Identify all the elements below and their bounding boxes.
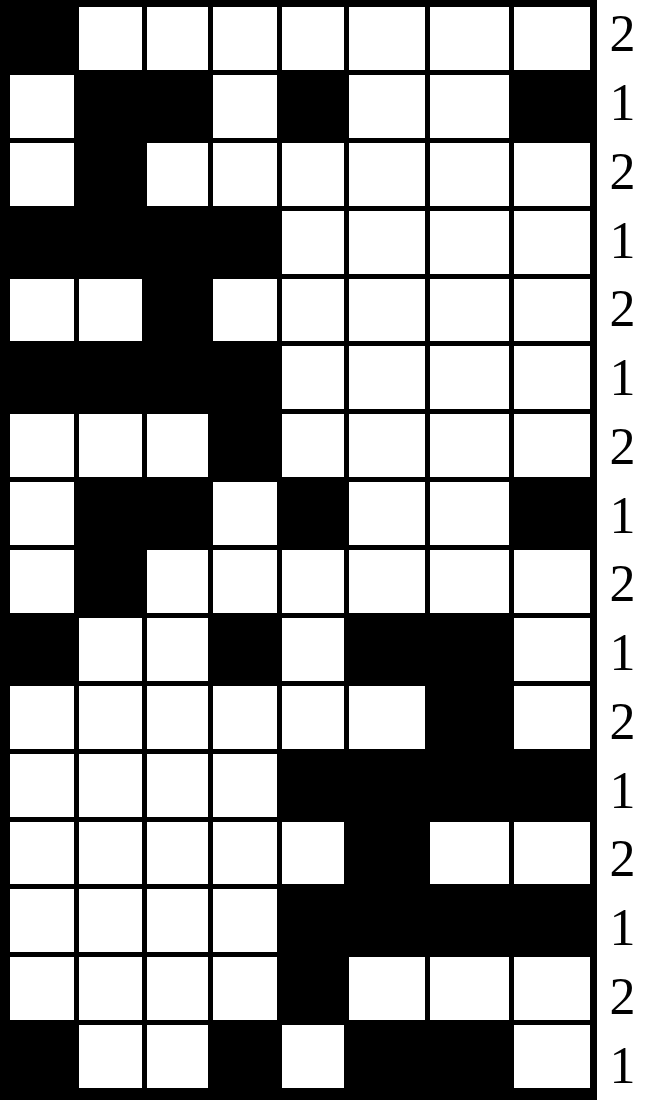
cell-r15c1 — [10, 957, 74, 1020]
cell-r15c6 — [349, 957, 425, 1020]
cell-r6c1 — [10, 346, 74, 409]
cell-r15c5 — [282, 957, 344, 1020]
cell-r11c2 — [79, 686, 143, 749]
cell-r15c3 — [147, 957, 207, 1020]
row-label-10: 1 — [597, 619, 648, 688]
row-label-7: 2 — [597, 413, 648, 482]
cell-r5c6 — [349, 279, 425, 342]
cell-r13c6 — [349, 822, 425, 885]
cell-r8c8 — [514, 482, 590, 545]
cell-r5c4 — [213, 279, 278, 342]
cell-r16c3 — [147, 1025, 207, 1088]
cell-r2c4 — [213, 75, 278, 138]
cell-r15c7 — [430, 957, 509, 1020]
cell-r5c8 — [514, 279, 590, 342]
row-labels-column: 2121212121212121 — [597, 0, 648, 1100]
cell-r14c3 — [147, 889, 207, 952]
cell-r5c2 — [79, 279, 143, 342]
cell-r11c7 — [430, 686, 509, 749]
cell-r14c7 — [430, 889, 509, 952]
cell-r15c2 — [79, 957, 143, 1020]
cell-r6c3 — [147, 346, 207, 409]
cell-r16c5 — [282, 1025, 344, 1088]
cell-r14c8 — [514, 889, 590, 952]
cell-r9c7 — [430, 550, 509, 613]
cell-r14c2 — [79, 889, 143, 952]
cell-r7c2 — [79, 414, 143, 477]
row-label-14: 1 — [597, 894, 648, 963]
cell-r9c5 — [282, 550, 344, 613]
cell-r12c3 — [147, 754, 207, 817]
cell-r7c5 — [282, 414, 344, 477]
cell-r1c3 — [147, 7, 207, 70]
cell-r12c7 — [430, 754, 509, 817]
cell-r9c8 — [514, 550, 590, 613]
cell-r7c3 — [147, 414, 207, 477]
cell-r13c4 — [213, 822, 278, 885]
row-label-4: 1 — [597, 206, 648, 275]
cell-r10c2 — [79, 618, 143, 681]
cell-r9c6 — [349, 550, 425, 613]
cell-r3c1 — [10, 143, 74, 206]
cell-r7c6 — [349, 414, 425, 477]
cell-r6c4 — [213, 346, 278, 409]
cell-r12c5 — [282, 754, 344, 817]
cell-r2c5 — [282, 75, 344, 138]
cell-r8c4 — [213, 482, 278, 545]
cell-r13c1 — [10, 822, 74, 885]
cell-r16c1 — [10, 1025, 74, 1088]
cell-r4c6 — [349, 211, 425, 274]
row-label-12: 1 — [597, 756, 648, 825]
cell-r14c4 — [213, 889, 278, 952]
cell-r11c6 — [349, 686, 425, 749]
cell-r12c1 — [10, 754, 74, 817]
cell-r9c3 — [147, 550, 207, 613]
cell-r16c7 — [430, 1025, 509, 1088]
cell-r4c5 — [282, 211, 344, 274]
cell-r11c3 — [147, 686, 207, 749]
cell-r6c6 — [349, 346, 425, 409]
cell-r2c6 — [349, 75, 425, 138]
cell-r16c8 — [514, 1025, 590, 1088]
row-label-8: 1 — [597, 481, 648, 550]
row-label-9: 2 — [597, 550, 648, 619]
cell-r10c6 — [349, 618, 425, 681]
cell-r13c5 — [282, 822, 344, 885]
cell-r2c2 — [79, 75, 143, 138]
cell-r6c8 — [514, 346, 590, 409]
cell-r5c5 — [282, 279, 344, 342]
cell-r5c7 — [430, 279, 509, 342]
cell-r8c3 — [147, 482, 207, 545]
row-label-13: 2 — [597, 825, 648, 894]
cell-r10c7 — [430, 618, 509, 681]
cell-r3c8 — [514, 143, 590, 206]
cell-r8c2 — [79, 482, 143, 545]
cell-r3c7 — [430, 143, 509, 206]
cell-r8c7 — [430, 482, 509, 545]
cell-r15c4 — [213, 957, 278, 1020]
cell-r11c5 — [282, 686, 344, 749]
cell-r10c4 — [213, 618, 278, 681]
cell-r13c7 — [430, 822, 509, 885]
cell-r10c5 — [282, 618, 344, 681]
cell-r10c3 — [147, 618, 207, 681]
row-label-6: 1 — [597, 344, 648, 413]
cell-r12c4 — [213, 754, 278, 817]
cell-r3c4 — [213, 143, 278, 206]
cell-r13c2 — [79, 822, 143, 885]
cell-r1c2 — [79, 7, 143, 70]
cell-r8c5 — [282, 482, 344, 545]
cell-r4c1 — [10, 211, 74, 274]
cell-r2c8 — [514, 75, 590, 138]
cell-r7c7 — [430, 414, 509, 477]
cell-r4c7 — [430, 211, 509, 274]
cell-r2c3 — [147, 75, 207, 138]
row-label-2: 1 — [597, 69, 648, 138]
cell-r3c6 — [349, 143, 425, 206]
cell-r7c1 — [10, 414, 74, 477]
cell-r8c6 — [349, 482, 425, 545]
cell-r1c4 — [213, 7, 278, 70]
cell-r1c5 — [282, 7, 344, 70]
cell-r1c7 — [430, 7, 509, 70]
row-label-15: 2 — [597, 963, 648, 1032]
cell-r12c2 — [79, 754, 143, 817]
row-label-11: 2 — [597, 688, 648, 757]
cell-r15c8 — [514, 957, 590, 1020]
cell-r3c2 — [79, 143, 143, 206]
cell-r8c1 — [10, 482, 74, 545]
cell-r3c3 — [147, 143, 207, 206]
cell-r14c5 — [282, 889, 344, 952]
cell-r11c4 — [213, 686, 278, 749]
cell-r16c2 — [79, 1025, 143, 1088]
cell-r3c5 — [282, 143, 344, 206]
puzzle-board — [0, 0, 597, 1100]
cell-r6c7 — [430, 346, 509, 409]
cell-r14c1 — [10, 889, 74, 952]
cell-r9c4 — [213, 550, 278, 613]
cell-r11c8 — [514, 686, 590, 749]
cell-r1c1 — [10, 7, 74, 70]
cell-r2c7 — [430, 75, 509, 138]
cell-r10c8 — [514, 618, 590, 681]
cell-r9c2 — [79, 550, 143, 613]
cell-r5c3 — [147, 279, 207, 342]
row-label-16: 1 — [597, 1031, 648, 1100]
cell-r13c3 — [147, 822, 207, 885]
row-label-1: 2 — [597, 0, 648, 69]
cell-r1c6 — [349, 7, 425, 70]
cell-r13c8 — [514, 822, 590, 885]
cell-r16c4 — [213, 1025, 278, 1088]
cell-r12c6 — [349, 754, 425, 817]
cell-r1c8 — [514, 7, 590, 70]
cell-r6c2 — [79, 346, 143, 409]
cell-r14c6 — [349, 889, 425, 952]
row-label-5: 2 — [597, 275, 648, 344]
cell-r6c5 — [282, 346, 344, 409]
cell-r4c4 — [213, 211, 278, 274]
cell-r4c8 — [514, 211, 590, 274]
cell-r4c3 — [147, 211, 207, 274]
cell-r12c8 — [514, 754, 590, 817]
cell-r7c8 — [514, 414, 590, 477]
cell-r10c1 — [10, 618, 74, 681]
cell-r5c1 — [10, 279, 74, 342]
cell-r9c1 — [10, 550, 74, 613]
cell-r4c2 — [79, 211, 143, 274]
row-label-3: 2 — [597, 138, 648, 207]
cell-r16c6 — [349, 1025, 425, 1088]
cell-r11c1 — [10, 686, 74, 749]
cell-r2c1 — [10, 75, 74, 138]
cell-r7c4 — [213, 414, 278, 477]
